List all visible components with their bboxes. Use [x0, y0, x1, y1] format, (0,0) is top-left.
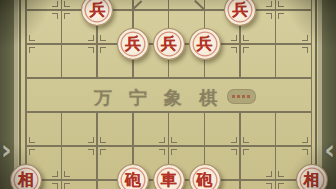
point-marker [302, 137, 308, 143]
point-marker [29, 149, 35, 155]
piece-glyph: 相 [18, 172, 34, 188]
point-marker [100, 137, 106, 143]
file-line [311, 0, 313, 189]
point-marker [52, 183, 58, 189]
point-marker [231, 137, 237, 143]
point-marker [64, 183, 70, 189]
point-marker [29, 47, 35, 53]
chevron-left-icon[interactable]: ‹ [324, 137, 335, 163]
point-marker [266, 171, 272, 177]
piece-red-elephant[interactable]: 相 [10, 164, 42, 189]
point-marker [88, 149, 94, 155]
app-watermark: 万宁象棋 [94, 86, 234, 110]
point-marker [266, 183, 272, 189]
point-marker [52, 13, 58, 19]
point-marker [88, 47, 94, 53]
point-marker [302, 47, 308, 53]
piece-red-soldier[interactable]: 兵 [153, 28, 185, 60]
file-line [25, 0, 27, 189]
point-marker [243, 35, 249, 41]
point-marker [302, 149, 308, 155]
rank-line [25, 77, 312, 79]
point-marker [243, 137, 249, 143]
point-marker [278, 183, 284, 189]
point-marker [266, 13, 272, 19]
piece-red-chariot[interactable]: 車 [153, 164, 185, 189]
point-marker [231, 47, 237, 53]
xiangqi-thumbnail: 万宁象棋 兵兵兵兵兵相砲車砲相 › ‹ [0, 0, 336, 189]
file-line [61, 0, 63, 77]
point-marker [29, 137, 35, 143]
left-board-edge-highlight [14, 0, 18, 189]
point-marker [159, 137, 165, 143]
point-marker [278, 171, 284, 177]
piece-glyph: 兵 [197, 36, 213, 52]
point-marker [64, 1, 70, 7]
point-marker [52, 1, 58, 7]
piece-glyph: 兵 [232, 2, 248, 18]
file-line [275, 0, 277, 77]
piece-glyph: 兵 [125, 36, 141, 52]
piece-red-cannon[interactable]: 砲 [117, 164, 149, 189]
piece-glyph: 車 [161, 172, 177, 188]
point-marker [278, 13, 284, 19]
file-line [96, 111, 98, 189]
point-marker [243, 149, 249, 155]
point-marker [159, 149, 165, 155]
point-marker [88, 35, 94, 41]
piece-red-soldier[interactable]: 兵 [117, 28, 149, 60]
point-marker [100, 47, 106, 53]
piece-glyph: 砲 [125, 172, 141, 188]
point-marker [231, 149, 237, 155]
point-marker [171, 137, 177, 143]
point-marker [64, 171, 70, 177]
point-marker [64, 13, 70, 19]
point-marker [278, 1, 284, 7]
point-marker [100, 149, 106, 155]
board-frame-left [19, 0, 21, 189]
point-marker [29, 35, 35, 41]
file-line [275, 111, 277, 189]
right-board-edge-highlight [318, 0, 322, 189]
chevron-right-icon[interactable]: › [1, 137, 12, 163]
piece-red-cannon[interactable]: 砲 [189, 164, 221, 189]
point-marker [171, 149, 177, 155]
point-marker [52, 171, 58, 177]
point-marker [243, 47, 249, 53]
piece-glyph: 相 [304, 172, 320, 188]
file-line [239, 111, 241, 189]
point-marker [88, 137, 94, 143]
piece-glyph: 砲 [197, 172, 213, 188]
board-frame-right [315, 0, 317, 189]
point-marker [266, 1, 272, 7]
watermark-badge [227, 89, 256, 104]
piece-red-elephant[interactable]: 相 [296, 164, 328, 189]
piece-glyph: 兵 [89, 2, 105, 18]
piece-glyph: 兵 [161, 36, 177, 52]
point-marker [302, 35, 308, 41]
piece-red-soldier[interactable]: 兵 [189, 28, 221, 60]
point-marker [231, 35, 237, 41]
file-line [61, 111, 63, 189]
point-marker [100, 35, 106, 41]
